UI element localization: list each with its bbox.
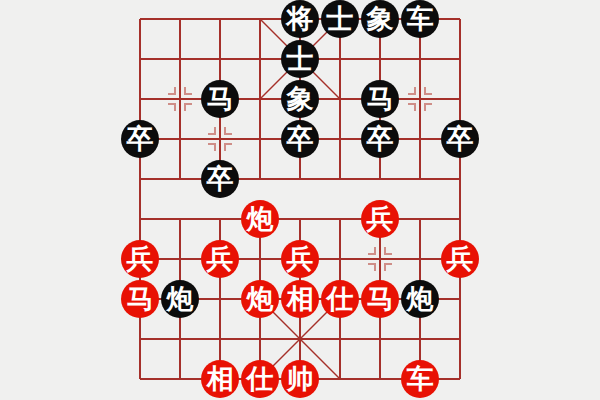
piece-black-soldier[interactable]: 卒 [121, 120, 159, 158]
xiangqi-board-screen: 将士象车士马象马卒卒卒卒卒炮兵兵兵兵兵马炮炮相仕马炮相仕帅车 [0, 0, 600, 400]
piece-red-soldier[interactable]: 兵 [361, 200, 399, 238]
piece-black-horse[interactable]: 马 [201, 80, 239, 118]
piece-black-chariot[interactable]: 车 [401, 0, 439, 38]
piece-red-soldier[interactable]: 兵 [441, 240, 479, 278]
piece-red-horse[interactable]: 马 [121, 280, 159, 318]
piece-red-advisor[interactable]: 仕 [241, 360, 279, 398]
piece-black-horse[interactable]: 马 [361, 80, 399, 118]
piece-black-soldier[interactable]: 卒 [201, 160, 239, 198]
point-mark [408, 87, 432, 111]
piece-red-elephant[interactable]: 相 [201, 360, 239, 398]
piece-black-cannon[interactable]: 炮 [401, 280, 439, 318]
piece-black-advisor[interactable]: 士 [321, 0, 359, 38]
piece-black-cannon[interactable]: 炮 [161, 280, 199, 318]
piece-red-soldier[interactable]: 兵 [121, 240, 159, 278]
point-mark [168, 87, 192, 111]
piece-red-general[interactable]: 帅 [281, 360, 319, 398]
piece-red-advisor[interactable]: 仕 [321, 280, 359, 318]
piece-black-soldier[interactable]: 卒 [361, 120, 399, 158]
piece-red-cannon[interactable]: 炮 [241, 200, 279, 238]
piece-black-soldier[interactable]: 卒 [441, 120, 479, 158]
piece-black-advisor[interactable]: 士 [281, 40, 319, 78]
piece-red-chariot[interactable]: 车 [401, 360, 439, 398]
piece-black-soldier[interactable]: 卒 [281, 120, 319, 158]
piece-red-soldier[interactable]: 兵 [201, 240, 239, 278]
point-mark [208, 127, 232, 151]
piece-black-elephant[interactable]: 象 [281, 80, 319, 118]
piece-red-horse[interactable]: 马 [361, 280, 399, 318]
piece-black-elephant[interactable]: 象 [361, 0, 399, 38]
piece-red-soldier[interactable]: 兵 [281, 240, 319, 278]
piece-red-cannon[interactable]: 炮 [241, 280, 279, 318]
piece-black-general[interactable]: 将 [281, 0, 319, 38]
piece-red-elephant[interactable]: 相 [281, 280, 319, 318]
point-mark [368, 247, 392, 271]
